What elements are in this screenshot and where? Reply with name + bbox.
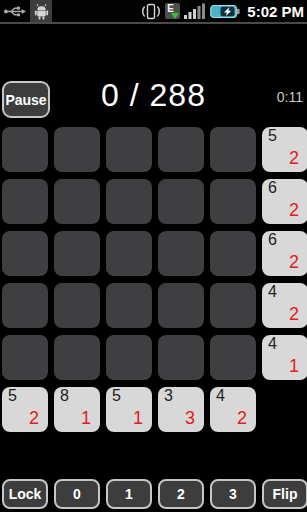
clue-voltorbs: 3: [185, 408, 195, 429]
board-cell-r3c3[interactable]: [106, 231, 152, 276]
board-cell-r3c1[interactable]: [2, 231, 48, 276]
timer-display: 0:11: [277, 89, 303, 105]
col-clue-4: 33: [158, 387, 204, 432]
flip-button[interactable]: Flip: [262, 479, 307, 509]
col-clue-3: 51: [106, 387, 152, 432]
board: 52626242415281513342: [2, 127, 307, 432]
clue-voltorbs: 2: [289, 252, 299, 273]
board-cell-r4c2[interactable]: [54, 283, 100, 328]
col-clue-2: 81: [54, 387, 100, 432]
board-cell-r4c5[interactable]: [210, 283, 256, 328]
memo-1-button[interactable]: 1: [106, 479, 152, 509]
clue-voltorbs: 2: [289, 200, 299, 221]
board-cell-r5c4[interactable]: [158, 335, 204, 380]
vibrate-icon: [141, 3, 161, 20]
row-clue-4: 42: [262, 283, 307, 328]
clue-voltorbs: 1: [81, 408, 91, 429]
board-cell-r3c4[interactable]: [158, 231, 204, 276]
board-cell-r4c1[interactable]: [2, 283, 48, 328]
clue-points: 5: [268, 127, 277, 145]
clue-voltorbs: 2: [289, 304, 299, 325]
clue-voltorbs: 2: [237, 408, 247, 429]
clue-points: 4: [268, 283, 277, 301]
clue-voltorbs: 1: [133, 408, 143, 429]
adb-debug-icon: [30, 0, 52, 22]
clue-voltorbs: 2: [29, 408, 39, 429]
row-clue-5: 41: [262, 335, 307, 380]
clue-points: 6: [268, 231, 277, 249]
score-display: 0 / 288: [0, 77, 307, 114]
board-cell-r5c3[interactable]: [106, 335, 152, 380]
board-cell-r5c2[interactable]: [54, 335, 100, 380]
clue-points: 4: [216, 387, 225, 405]
memo-3-button[interactable]: 3: [210, 479, 256, 509]
board-cell-r2c1[interactable]: [2, 179, 48, 224]
board-cell-r3c5[interactable]: [210, 231, 256, 276]
memo-2-button[interactable]: 2: [158, 479, 204, 509]
board-cell-r1c2[interactable]: [54, 127, 100, 172]
board-cell-r1c5[interactable]: [210, 127, 256, 172]
toolbar: Lock 0 1 2 3 Flip: [2, 479, 307, 509]
board-cell-r1c3[interactable]: [106, 127, 152, 172]
board-cell-r1c1[interactable]: [2, 127, 48, 172]
memo-0-button[interactable]: 0: [54, 479, 100, 509]
edge-down-arrow: [171, 13, 179, 19]
status-time: 5:02 PM: [247, 3, 304, 20]
clue-points: 8: [60, 387, 69, 405]
signal-strength-icon: [184, 3, 206, 20]
board-cell-r2c5[interactable]: [210, 179, 256, 224]
battery-charging-icon: [210, 3, 240, 20]
board-cell-r2c4[interactable]: [158, 179, 204, 224]
clue-points: 6: [268, 179, 277, 197]
status-bar-left: [3, 0, 52, 22]
clue-voltorbs: 1: [289, 356, 299, 377]
clue-points: 3: [164, 387, 173, 405]
board-cell-r3c2[interactable]: [54, 231, 100, 276]
status-bar-right: E 5:02 PM: [141, 0, 304, 22]
board-cell-r2c2[interactable]: [54, 179, 100, 224]
col-clue-5: 42: [210, 387, 256, 432]
board-cell-r4c3[interactable]: [106, 283, 152, 328]
voltorb-flip-screen: E 5:02 PM: [0, 0, 307, 512]
usb-icon: [3, 5, 26, 18]
clue-voltorbs: 2: [289, 148, 299, 169]
board-cell-r4c4[interactable]: [158, 283, 204, 328]
col-clue-1: 52: [2, 387, 48, 432]
row-clue-1: 52: [262, 127, 307, 172]
lock-button[interactable]: Lock: [2, 479, 48, 509]
clue-points: 5: [112, 387, 121, 405]
board-cell-r5c1[interactable]: [2, 335, 48, 380]
row-clue-3: 62: [262, 231, 307, 276]
clue-points: 4: [268, 335, 277, 353]
edge-data-icon: E: [165, 3, 180, 19]
board-cell-r2c3[interactable]: [106, 179, 152, 224]
board-cell-r1c4[interactable]: [158, 127, 204, 172]
status-bar: E 5:02 PM: [0, 0, 307, 24]
board-cell-r5c5[interactable]: [210, 335, 256, 380]
clue-points: 5: [8, 387, 17, 405]
corner-spacer: [262, 387, 307, 432]
row-clue-2: 62: [262, 179, 307, 224]
